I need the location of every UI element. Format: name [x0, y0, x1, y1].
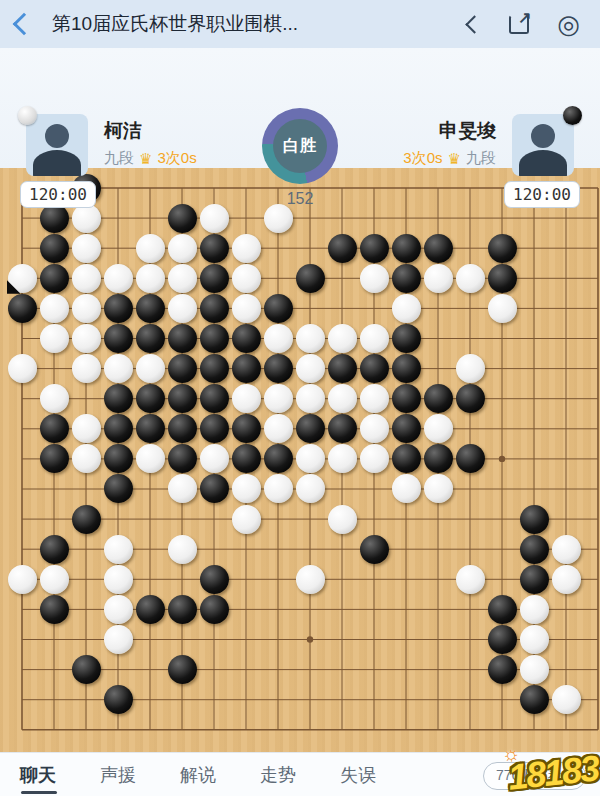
board-cell[interactable]	[230, 384, 262, 414]
board-cell[interactable]	[582, 203, 600, 233]
board-cell[interactable]	[486, 323, 518, 353]
board-cell[interactable]	[454, 354, 486, 384]
board-cell[interactable]	[6, 323, 38, 353]
board-cell[interactable]	[550, 685, 582, 715]
board-cell[interactable]	[422, 173, 454, 203]
board-cell[interactable]	[198, 203, 230, 233]
board-cell[interactable]	[518, 534, 550, 564]
board-cell[interactable]	[326, 474, 358, 504]
board-cell[interactable]	[454, 323, 486, 353]
board-cell[interactable]	[422, 624, 454, 654]
board-cell[interactable]	[358, 354, 390, 384]
board-cell[interactable]	[198, 685, 230, 715]
board-cell[interactable]	[518, 414, 550, 444]
board-cell[interactable]	[134, 203, 166, 233]
board-cell[interactable]	[518, 354, 550, 384]
board-cell[interactable]	[518, 444, 550, 474]
board-cell[interactable]	[550, 263, 582, 293]
board-cell[interactable]	[262, 504, 294, 534]
board-cell[interactable]	[358, 564, 390, 594]
board-cell[interactable]	[230, 173, 262, 203]
board-cell[interactable]	[70, 624, 102, 654]
share-icon[interactable]: ↗	[509, 14, 529, 34]
board-cell[interactable]	[262, 534, 294, 564]
board-cell[interactable]	[486, 685, 518, 715]
board-cell[interactable]	[454, 685, 486, 715]
board-cell[interactable]	[454, 173, 486, 203]
board-cell[interactable]	[550, 474, 582, 504]
board-cell[interactable]	[326, 685, 358, 715]
board-cell[interactable]	[262, 354, 294, 384]
board-cell[interactable]	[70, 504, 102, 534]
board-cell[interactable]	[326, 504, 358, 534]
tab-chat[interactable]: 聊天	[20, 754, 56, 796]
board-cell[interactable]	[390, 293, 422, 323]
board-cell[interactable]	[166, 624, 198, 654]
board-cell[interactable]	[6, 354, 38, 384]
board-cell[interactable]	[198, 624, 230, 654]
board-cell[interactable]	[358, 474, 390, 504]
board-cell[interactable]	[198, 594, 230, 624]
board-cell[interactable]	[6, 594, 38, 624]
tab-trend[interactable]: 走势	[260, 754, 296, 796]
board-cell[interactable]	[134, 594, 166, 624]
board-cell[interactable]	[6, 715, 38, 745]
board-cell[interactable]	[454, 263, 486, 293]
board-cell[interactable]	[486, 263, 518, 293]
board-cell[interactable]	[390, 173, 422, 203]
board-cell[interactable]	[486, 594, 518, 624]
board-cell[interactable]	[550, 504, 582, 534]
board-cell[interactable]	[486, 384, 518, 414]
board-cell[interactable]	[294, 293, 326, 323]
board-cell[interactable]	[518, 323, 550, 353]
board-cell[interactable]	[166, 354, 198, 384]
board-cell[interactable]	[102, 293, 134, 323]
board-cell[interactable]	[486, 444, 518, 474]
board-cell[interactable]	[550, 655, 582, 685]
board-cell[interactable]	[134, 263, 166, 293]
board-cell[interactable]	[6, 685, 38, 715]
board-cell[interactable]	[358, 414, 390, 444]
board-cell[interactable]	[582, 354, 600, 384]
board-cell[interactable]	[454, 293, 486, 323]
board-cell[interactable]	[38, 414, 70, 444]
board-cell[interactable]	[102, 173, 134, 203]
board-cell[interactable]	[134, 564, 166, 594]
board-cell[interactable]	[70, 354, 102, 384]
board-cell[interactable]	[134, 414, 166, 444]
board-cell[interactable]	[582, 474, 600, 504]
board-cell[interactable]	[550, 414, 582, 444]
board-cell[interactable]	[102, 715, 134, 745]
board-cell[interactable]	[486, 624, 518, 654]
tab-commentary[interactable]: 解说	[180, 754, 216, 796]
board-cell[interactable]	[262, 444, 294, 474]
board-cell[interactable]	[518, 655, 550, 685]
board-cell[interactable]	[582, 173, 600, 203]
board-cell[interactable]	[38, 534, 70, 564]
board-cell[interactable]	[294, 534, 326, 564]
board-cell[interactable]	[166, 715, 198, 745]
board-cell[interactable]	[134, 173, 166, 203]
board-cell[interactable]	[102, 263, 134, 293]
board-cell[interactable]	[326, 594, 358, 624]
board-cell[interactable]	[422, 534, 454, 564]
board-cell[interactable]	[102, 504, 134, 534]
board-cell[interactable]	[134, 384, 166, 414]
board-cell[interactable]	[550, 534, 582, 564]
board-cell[interactable]	[422, 655, 454, 685]
board-cell[interactable]	[134, 293, 166, 323]
board-cell[interactable]	[326, 444, 358, 474]
board-cell[interactable]	[262, 474, 294, 504]
board-cell[interactable]	[422, 203, 454, 233]
board-cell[interactable]	[166, 173, 198, 203]
board-cell[interactable]	[70, 534, 102, 564]
board-cell[interactable]	[486, 293, 518, 323]
board-cell[interactable]	[6, 263, 38, 293]
board-cell[interactable]	[134, 504, 166, 534]
board-cell[interactable]	[422, 384, 454, 414]
board-cell[interactable]	[70, 263, 102, 293]
board-cell[interactable]	[390, 594, 422, 624]
board-cell[interactable]	[422, 323, 454, 353]
board-cell[interactable]	[518, 384, 550, 414]
board-cell[interactable]	[198, 564, 230, 594]
board-cell[interactable]	[166, 444, 198, 474]
board-cell[interactable]	[582, 504, 600, 534]
board-cell[interactable]	[486, 564, 518, 594]
board-cell[interactable]	[198, 173, 230, 203]
board-cell[interactable]	[6, 534, 38, 564]
board-cell[interactable]	[486, 715, 518, 745]
board-cell[interactable]	[262, 594, 294, 624]
board-cell[interactable]	[390, 323, 422, 353]
board-cell[interactable]	[166, 474, 198, 504]
board-cell[interactable]	[294, 474, 326, 504]
board-cell[interactable]	[262, 323, 294, 353]
board-cell[interactable]	[134, 444, 166, 474]
board-cell[interactable]	[262, 233, 294, 263]
board-cell[interactable]	[550, 293, 582, 323]
board-cell[interactable]	[518, 293, 550, 323]
board-cell[interactable]	[422, 594, 454, 624]
board-cell[interactable]	[422, 354, 454, 384]
board-cell[interactable]	[550, 354, 582, 384]
board-cell[interactable]	[422, 263, 454, 293]
board-cell[interactable]	[38, 504, 70, 534]
board-cell[interactable]	[358, 173, 390, 203]
board-cell[interactable]	[38, 384, 70, 414]
board-cell[interactable]	[198, 233, 230, 263]
board-cell[interactable]	[198, 504, 230, 534]
board-cell[interactable]	[454, 504, 486, 534]
board-cell[interactable]	[166, 203, 198, 233]
board-cell[interactable]	[390, 715, 422, 745]
board-cell[interactable]	[6, 624, 38, 654]
board-cell[interactable]	[518, 715, 550, 745]
board-cell[interactable]	[294, 414, 326, 444]
board-cell[interactable]	[582, 564, 600, 594]
board-cell[interactable]	[582, 594, 600, 624]
collapse-icon[interactable]	[466, 15, 484, 33]
board-cell[interactable]	[134, 474, 166, 504]
board-cell[interactable]	[518, 594, 550, 624]
board-cell[interactable]	[486, 233, 518, 263]
board-cell[interactable]	[582, 323, 600, 353]
board-cell[interactable]	[358, 293, 390, 323]
board-cell[interactable]	[134, 715, 166, 745]
board-cell[interactable]	[198, 534, 230, 564]
board-cell[interactable]	[326, 564, 358, 594]
board-cell[interactable]	[454, 594, 486, 624]
board-cell[interactable]	[166, 534, 198, 564]
board-cell[interactable]	[582, 534, 600, 564]
board-cell[interactable]	[198, 263, 230, 293]
board-cell[interactable]	[390, 685, 422, 715]
board-cell[interactable]	[38, 564, 70, 594]
board-cell[interactable]	[518, 564, 550, 594]
board-cell[interactable]	[326, 354, 358, 384]
board-cell[interactable]	[326, 534, 358, 564]
board-cell[interactable]	[38, 474, 70, 504]
board-cell[interactable]	[582, 624, 600, 654]
board-cell[interactable]	[422, 564, 454, 594]
board-cell[interactable]	[582, 384, 600, 414]
board-cell[interactable]	[582, 414, 600, 444]
board-cell[interactable]	[166, 685, 198, 715]
board-cell[interactable]	[550, 444, 582, 474]
board-cell[interactable]	[70, 715, 102, 745]
board-cell[interactable]	[38, 263, 70, 293]
board-cell[interactable]	[358, 504, 390, 534]
board-cell[interactable]	[230, 655, 262, 685]
board-cell[interactable]	[454, 655, 486, 685]
board-cell[interactable]	[326, 263, 358, 293]
board-cell[interactable]	[422, 504, 454, 534]
board-cell[interactable]	[70, 414, 102, 444]
tab-cheer[interactable]: 声援	[100, 754, 136, 796]
board-cell[interactable]	[486, 504, 518, 534]
board-cell[interactable]	[6, 504, 38, 534]
board-cell[interactable]	[134, 624, 166, 654]
record-icon[interactable]: ◎	[557, 14, 580, 34]
viewers-pill[interactable]: 776人在看 >	[483, 762, 586, 790]
board-cell[interactable]	[294, 384, 326, 414]
board-cell[interactable]	[518, 474, 550, 504]
board-cell[interactable]	[582, 685, 600, 715]
board-cell[interactable]	[358, 444, 390, 474]
board-cell[interactable]	[166, 564, 198, 594]
board-cell[interactable]	[550, 715, 582, 745]
board-cell[interactable]	[6, 474, 38, 504]
board-cell[interactable]	[166, 293, 198, 323]
board-cell[interactable]	[358, 624, 390, 654]
board-cell[interactable]	[422, 293, 454, 323]
board-cell[interactable]	[102, 655, 134, 685]
board-cell[interactable]	[326, 233, 358, 263]
board-cell[interactable]	[454, 564, 486, 594]
board-cell[interactable]	[6, 293, 38, 323]
board-cell[interactable]	[422, 715, 454, 745]
board-cell[interactable]	[38, 444, 70, 474]
board-cell[interactable]	[230, 474, 262, 504]
board-cell[interactable]	[166, 504, 198, 534]
board-cell[interactable]	[134, 323, 166, 353]
board-cell[interactable]	[230, 715, 262, 745]
board-cell[interactable]	[326, 323, 358, 353]
board-cell[interactable]	[294, 564, 326, 594]
board-cell[interactable]	[390, 263, 422, 293]
board-cell[interactable]	[262, 293, 294, 323]
board-cell[interactable]	[230, 203, 262, 233]
board-cell[interactable]	[390, 624, 422, 654]
board-cell[interactable]	[262, 685, 294, 715]
board-cell[interactable]	[582, 233, 600, 263]
go-board[interactable]	[0, 168, 600, 752]
board-cell[interactable]	[230, 263, 262, 293]
board-cell[interactable]	[294, 594, 326, 624]
board-cell[interactable]	[454, 474, 486, 504]
board-cell[interactable]	[102, 233, 134, 263]
board-cell[interactable]	[38, 594, 70, 624]
board-cell[interactable]	[262, 414, 294, 444]
board-cell[interactable]	[134, 655, 166, 685]
board-cell[interactable]	[294, 233, 326, 263]
board-cell[interactable]	[70, 233, 102, 263]
board-cell[interactable]	[102, 323, 134, 353]
board-cell[interactable]	[358, 594, 390, 624]
board-cell[interactable]	[6, 655, 38, 685]
board-cell[interactable]	[70, 323, 102, 353]
board-cell[interactable]	[422, 444, 454, 474]
board-cell[interactable]	[230, 624, 262, 654]
board-cell[interactable]	[230, 323, 262, 353]
board-cell[interactable]	[134, 354, 166, 384]
board-cell[interactable]	[582, 263, 600, 293]
board-cell[interactable]	[358, 534, 390, 564]
board-cell[interactable]	[358, 263, 390, 293]
board-cell[interactable]	[6, 414, 38, 444]
board-cell[interactable]	[102, 685, 134, 715]
board-cell[interactable]	[134, 233, 166, 263]
board-cell[interactable]	[358, 203, 390, 233]
board-cell[interactable]	[326, 655, 358, 685]
board-cell[interactable]	[262, 263, 294, 293]
board-cell[interactable]	[390, 655, 422, 685]
board-cell[interactable]	[326, 384, 358, 414]
board-cell[interactable]	[230, 354, 262, 384]
board-cell[interactable]	[230, 685, 262, 715]
board-cell[interactable]	[198, 414, 230, 444]
board-cell[interactable]	[6, 444, 38, 474]
board-cell[interactable]	[198, 655, 230, 685]
board-cell[interactable]	[294, 504, 326, 534]
board-cell[interactable]	[38, 323, 70, 353]
board-cell[interactable]	[166, 594, 198, 624]
board-cell[interactable]	[102, 474, 134, 504]
board-cell[interactable]	[358, 233, 390, 263]
board-cell[interactable]	[70, 594, 102, 624]
board-cell[interactable]	[582, 444, 600, 474]
board-cell[interactable]	[390, 384, 422, 414]
board-cell[interactable]	[550, 233, 582, 263]
board-cell[interactable]	[102, 354, 134, 384]
board-cell[interactable]	[294, 624, 326, 654]
board-cell[interactable]	[6, 233, 38, 263]
board-cell[interactable]	[582, 293, 600, 323]
board-cell[interactable]	[102, 564, 134, 594]
board-cell[interactable]	[358, 655, 390, 685]
board-cell[interactable]	[422, 233, 454, 263]
board-cell[interactable]	[166, 655, 198, 685]
board-cell[interactable]	[102, 624, 134, 654]
board-cell[interactable]	[326, 414, 358, 444]
board-cell[interactable]	[198, 715, 230, 745]
board-cell[interactable]	[134, 534, 166, 564]
board-cell[interactable]	[70, 685, 102, 715]
board-cell[interactable]	[230, 564, 262, 594]
board-cell[interactable]	[486, 534, 518, 564]
board-cell[interactable]	[102, 594, 134, 624]
board-cell[interactable]	[390, 354, 422, 384]
board-cell[interactable]	[262, 624, 294, 654]
board-cell[interactable]	[390, 444, 422, 474]
board-cell[interactable]	[454, 384, 486, 414]
board-cell[interactable]	[70, 655, 102, 685]
board-cell[interactable]	[230, 504, 262, 534]
board-cell[interactable]	[454, 624, 486, 654]
board-cell[interactable]	[390, 233, 422, 263]
board-cell[interactable]	[38, 293, 70, 323]
board-cell[interactable]	[70, 444, 102, 474]
board-cell[interactable]	[294, 444, 326, 474]
board-cell[interactable]	[422, 414, 454, 444]
board-cell[interactable]	[454, 203, 486, 233]
board-cell[interactable]	[102, 534, 134, 564]
tab-mistakes[interactable]: 失误	[340, 754, 376, 796]
board-cell[interactable]	[230, 444, 262, 474]
board-cell[interactable]	[198, 354, 230, 384]
board-cell[interactable]	[486, 474, 518, 504]
board-cell[interactable]	[166, 233, 198, 263]
board-cell[interactable]	[262, 715, 294, 745]
board-cell[interactable]	[326, 624, 358, 654]
board-cell[interactable]	[230, 233, 262, 263]
board-cell[interactable]	[326, 715, 358, 745]
board-cell[interactable]	[550, 323, 582, 353]
board-cell[interactable]	[38, 685, 70, 715]
board-cell[interactable]	[550, 624, 582, 654]
board-cell[interactable]	[198, 323, 230, 353]
board-cell[interactable]	[198, 444, 230, 474]
board-cell[interactable]	[390, 203, 422, 233]
board-cell[interactable]	[6, 384, 38, 414]
board-cell[interactable]	[294, 685, 326, 715]
board-cell[interactable]	[294, 715, 326, 745]
board-cell[interactable]	[262, 655, 294, 685]
board-cell[interactable]	[518, 685, 550, 715]
board-cell[interactable]	[518, 504, 550, 534]
board-cell[interactable]	[454, 414, 486, 444]
board-cell[interactable]	[390, 534, 422, 564]
board-cell[interactable]	[198, 474, 230, 504]
board-cell[interactable]	[326, 293, 358, 323]
board-cell[interactable]	[6, 564, 38, 594]
board-cell[interactable]	[134, 685, 166, 715]
board-cell[interactable]	[102, 444, 134, 474]
